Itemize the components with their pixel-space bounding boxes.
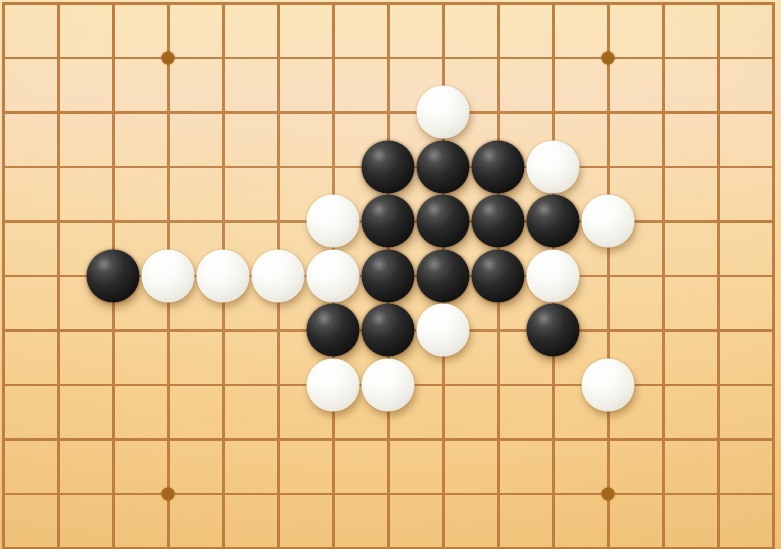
stone-white xyxy=(417,86,470,139)
stone-black xyxy=(472,195,525,248)
stone-white xyxy=(307,195,360,248)
stone-black xyxy=(87,249,140,302)
go-board[interactable] xyxy=(0,0,781,549)
stone-black xyxy=(362,195,415,248)
stone-white xyxy=(307,249,360,302)
stone-black xyxy=(527,304,580,357)
stone-white xyxy=(527,249,580,302)
stone-black xyxy=(362,249,415,302)
stone-black xyxy=(417,249,470,302)
stone-black xyxy=(307,304,360,357)
stone-white xyxy=(252,249,305,302)
stone-white xyxy=(307,358,360,411)
stone-white xyxy=(362,358,415,411)
star-point xyxy=(602,487,615,500)
stone-white xyxy=(142,249,195,302)
stone-white xyxy=(527,140,580,193)
stone-white xyxy=(582,358,635,411)
stone-black xyxy=(362,304,415,357)
stone-black xyxy=(472,249,525,302)
stone-black xyxy=(362,140,415,193)
star-point xyxy=(162,51,175,64)
stone-black xyxy=(417,195,470,248)
stone-black xyxy=(527,195,580,248)
stone-white xyxy=(197,249,250,302)
stone-black xyxy=(417,140,470,193)
star-point xyxy=(602,51,615,64)
star-point xyxy=(162,487,175,500)
stone-black xyxy=(472,140,525,193)
stone-white xyxy=(417,304,470,357)
stone-white xyxy=(582,195,635,248)
